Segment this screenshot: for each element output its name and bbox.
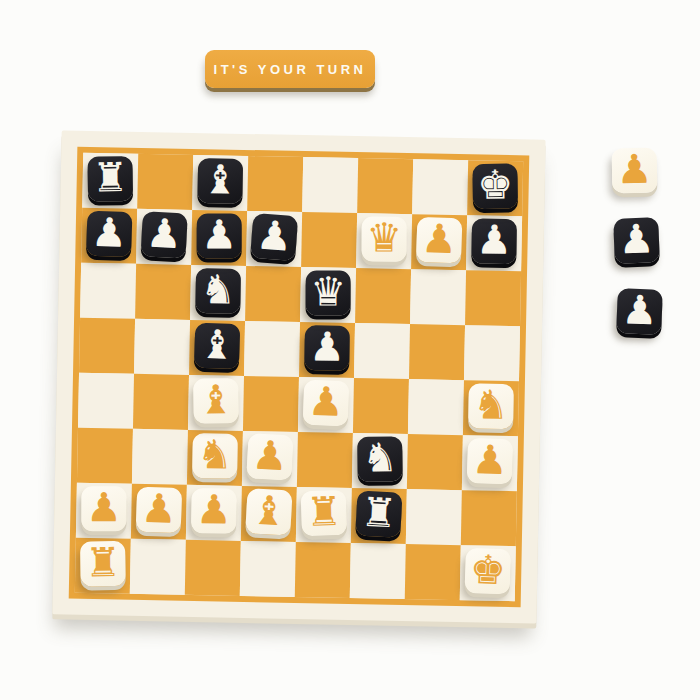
white-queen-icon: ♛ — [366, 217, 402, 257]
square-c1[interactable] — [185, 540, 241, 596]
square-g3[interactable] — [407, 434, 463, 490]
white-knight-icon: ♞ — [473, 384, 510, 425]
piece-black-pawn-h7[interactable]: ♟ — [471, 218, 517, 264]
square-f3[interactable]: ♞ — [352, 433, 408, 489]
white-pawn-icon: ♟ — [86, 487, 122, 527]
piece-white-pawn-h3[interactable]: ♟ — [467, 438, 514, 485]
piece-black-rook-f2[interactable]: ♜ — [355, 490, 402, 537]
piece-white-pawn-g7[interactable]: ♟ — [416, 217, 463, 264]
black-rook-icon: ♜ — [92, 157, 128, 198]
square-h7[interactable]: ♟ — [466, 215, 522, 271]
white-king-icon: ♚ — [469, 549, 506, 590]
square-b2[interactable]: ♟ — [131, 484, 187, 540]
square-g6[interactable] — [410, 269, 466, 325]
board-grid: ♜♝♚♟♟♟♟♛♟♟♞♛♝♟♝♟♞♞♟♞♟♟♟♟♝♜♜♜♚ — [69, 147, 530, 608]
piece-black-rook-a8[interactable]: ♜ — [87, 156, 133, 202]
square-g1[interactable] — [405, 544, 461, 600]
square-d4[interactable] — [243, 376, 299, 432]
square-b3[interactable] — [132, 429, 188, 485]
captured-tile-1-white-pawn[interactable]: ♟ — [612, 148, 658, 194]
piece-white-pawn-c2[interactable]: ♟ — [191, 488, 237, 534]
piece-black-knight-c6[interactable]: ♞ — [195, 268, 241, 314]
square-f1[interactable] — [350, 543, 406, 599]
black-bishop-icon: ♝ — [198, 323, 235, 364]
square-a2[interactable]: ♟ — [76, 483, 132, 539]
white-pawn-icon: ♟ — [616, 148, 653, 189]
white-pawn-icon: ♟ — [471, 439, 508, 480]
square-g2[interactable] — [406, 489, 462, 545]
black-knight-icon: ♞ — [362, 437, 398, 478]
black-knight-icon: ♞ — [200, 269, 237, 310]
piece-black-king-h8[interactable]: ♚ — [472, 163, 518, 209]
piece-white-knight-h4[interactable]: ♞ — [468, 383, 514, 429]
white-pawn-icon: ♟ — [196, 489, 233, 530]
square-f4[interactable] — [353, 378, 409, 434]
square-d3[interactable]: ♟ — [242, 431, 298, 487]
black-pawn-icon: ♟ — [476, 219, 513, 260]
square-e5[interactable]: ♟ — [299, 322, 355, 378]
square-c6[interactable]: ♞ — [190, 265, 246, 321]
square-b8[interactable] — [137, 154, 193, 210]
black-pawn-icon: ♟ — [145, 212, 183, 254]
black-king-icon: ♚ — [477, 164, 513, 205]
square-b7[interactable]: ♟ — [136, 209, 192, 265]
square-h6[interactable] — [465, 270, 521, 326]
white-pawn-icon: ♟ — [251, 434, 289, 476]
square-c3[interactable]: ♞ — [187, 430, 243, 486]
black-bishop-icon: ♝ — [202, 159, 239, 200]
square-g4[interactable] — [408, 379, 464, 435]
piece-black-pawn-a7[interactable]: ♟ — [86, 211, 133, 258]
black-pawn-icon: ♟ — [255, 214, 294, 256]
piece-black-pawn-e5[interactable]: ♟ — [304, 325, 350, 371]
square-a8[interactable]: ♜ — [82, 153, 138, 209]
black-pawn-icon: ♟ — [618, 218, 655, 259]
square-a5[interactable] — [79, 318, 135, 374]
square-f6[interactable] — [355, 268, 411, 324]
white-bishop-icon: ♝ — [250, 489, 288, 531]
square-c5[interactable]: ♝ — [189, 320, 245, 376]
white-pawn-icon: ♟ — [140, 487, 177, 528]
white-pawn-icon: ♟ — [421, 218, 458, 259]
black-pawn-icon: ♟ — [91, 211, 128, 252]
square-e6[interactable]: ♛ — [300, 267, 356, 323]
square-c7[interactable]: ♟ — [191, 210, 247, 266]
black-pawn-icon: ♟ — [309, 326, 346, 367]
square-d7[interactable]: ♟ — [246, 211, 302, 267]
square-e3[interactable] — [297, 432, 353, 488]
black-rook-icon: ♜ — [360, 491, 398, 533]
turn-sign: IT'S YOUR TURN — [205, 50, 375, 88]
piece-white-pawn-a2[interactable]: ♟ — [81, 486, 126, 531]
black-pawn-icon: ♟ — [621, 289, 658, 330]
piece-black-bishop-c5[interactable]: ♝ — [194, 323, 241, 370]
square-a6[interactable] — [80, 263, 136, 319]
square-h4[interactable]: ♞ — [463, 380, 519, 436]
square-g8[interactable] — [412, 159, 468, 215]
square-d2[interactable]: ♝ — [241, 486, 297, 542]
square-e4[interactable]: ♟ — [298, 377, 354, 433]
square-f8[interactable] — [357, 158, 413, 214]
white-knight-icon: ♞ — [197, 434, 234, 475]
square-e7[interactable] — [301, 212, 357, 268]
piece-black-bishop-c8[interactable]: ♝ — [197, 158, 243, 204]
square-h3[interactable]: ♟ — [462, 435, 518, 491]
piece-black-pawn-b7[interactable]: ♟ — [141, 211, 188, 258]
square-e2[interactable]: ♜ — [296, 487, 352, 543]
white-rook-icon: ♜ — [305, 490, 342, 531]
product-photo-stage: IT'S YOUR TURN ♜♝♚♟♟♟♟♛♟♟♞♛♝♟♝♟♞♞♟♞♟♟♟♟♝… — [0, 0, 700, 700]
square-h8[interactable]: ♚ — [467, 160, 523, 216]
piece-black-pawn-c7[interactable]: ♟ — [197, 213, 242, 258]
square-b6[interactable] — [135, 264, 191, 320]
piece-white-pawn-d3[interactable]: ♟ — [246, 433, 293, 480]
square-c8[interactable]: ♝ — [192, 155, 248, 211]
square-d8[interactable] — [247, 156, 303, 212]
square-a1[interactable]: ♜ — [75, 538, 131, 594]
square-f5[interactable] — [354, 323, 410, 379]
captured-tile-2-black-pawn[interactable]: ♟ — [613, 217, 660, 264]
piece-white-rook-e2[interactable]: ♜ — [301, 490, 347, 536]
white-bishop-icon: ♝ — [198, 379, 234, 420]
square-c2[interactable]: ♟ — [186, 485, 242, 541]
square-h5[interactable] — [464, 325, 520, 381]
square-g7[interactable]: ♟ — [411, 214, 467, 270]
turn-sign-label: IT'S YOUR TURN — [214, 62, 367, 77]
square-d1[interactable] — [240, 541, 296, 597]
piece-black-queen-e6[interactable]: ♛ — [306, 271, 351, 316]
square-c4[interactable]: ♝ — [188, 375, 244, 431]
piece-white-pawn-b2[interactable]: ♟ — [136, 487, 183, 534]
piece-white-bishop-c4[interactable]: ♝ — [193, 378, 239, 424]
square-b1[interactable] — [130, 539, 186, 595]
square-b5[interactable] — [134, 319, 190, 375]
square-b4[interactable] — [133, 374, 189, 430]
captured-tray: ♟♟♟ — [612, 148, 682, 348]
black-pawn-icon: ♟ — [201, 214, 237, 254]
square-g5[interactable] — [409, 324, 465, 380]
square-e8[interactable] — [302, 157, 358, 213]
square-f2[interactable]: ♜ — [351, 488, 407, 544]
square-a4[interactable] — [78, 373, 134, 429]
square-h1[interactable]: ♚ — [460, 545, 516, 601]
captured-tile-3-black-pawn[interactable]: ♟ — [616, 288, 663, 335]
piece-white-rook-a1[interactable]: ♜ — [80, 541, 126, 587]
piece-white-pawn-e4[interactable]: ♟ — [303, 380, 350, 427]
black-queen-icon: ♛ — [310, 271, 346, 311]
piece-white-knight-c3[interactable]: ♞ — [192, 433, 238, 479]
white-pawn-icon: ♟ — [307, 380, 344, 421]
square-d5[interactable] — [244, 321, 300, 377]
square-e1[interactable] — [295, 542, 351, 598]
piece-black-knight-f3[interactable]: ♞ — [357, 436, 403, 482]
white-rook-icon: ♜ — [85, 541, 121, 582]
square-a3[interactable] — [77, 428, 133, 484]
chess-board: ♜♝♚♟♟♟♟♛♟♟♞♛♝♟♝♟♞♞♟♞♟♟♟♟♝♜♜♜♚ — [52, 130, 545, 623]
piece-white-queen-f7[interactable]: ♛ — [362, 217, 407, 262]
square-h2[interactable] — [461, 490, 517, 546]
square-f7[interactable]: ♛ — [356, 213, 412, 269]
piece-white-king-h1[interactable]: ♚ — [464, 548, 511, 595]
piece-black-pawn-d7[interactable]: ♟ — [250, 213, 298, 261]
square-d6[interactable] — [245, 266, 301, 322]
square-a7[interactable]: ♟ — [81, 208, 137, 264]
piece-white-bishop-d2[interactable]: ♝ — [245, 488, 292, 535]
